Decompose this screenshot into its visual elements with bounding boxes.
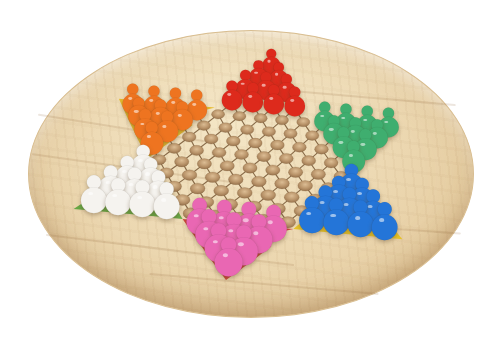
- hole[interactable]: [257, 152, 271, 162]
- hole[interactable]: [270, 203, 285, 214]
- hole[interactable]: [308, 194, 323, 205]
- hole[interactable]: [175, 119, 188, 129]
- hole[interactable]: [212, 147, 226, 157]
- hole[interactable]: [182, 132, 196, 142]
- hole[interactable]: [183, 208, 199, 219]
- hole[interactable]: [353, 223, 369, 234]
- hole[interactable]: [120, 177, 135, 188]
- hole[interactable]: [236, 250, 253, 262]
- hole[interactable]: [328, 221, 344, 232]
- hole[interactable]: [266, 165, 280, 175]
- hole[interactable]: [143, 179, 158, 190]
- board-lattice: [0, 0, 500, 338]
- hole[interactable]: [175, 157, 189, 167]
- hole[interactable]: [311, 169, 325, 179]
- hole[interactable]: [152, 154, 166, 164]
- hole[interactable]: [359, 148, 373, 158]
- hole[interactable]: [331, 196, 346, 207]
- hole[interactable]: [220, 161, 234, 171]
- hole[interactable]: [275, 178, 290, 189]
- hole[interactable]: [190, 183, 205, 194]
- hole[interactable]: [298, 181, 313, 192]
- hole[interactable]: [284, 192, 299, 203]
- hole[interactable]: [248, 138, 262, 148]
- hole[interactable]: [267, 102, 280, 111]
- hole[interactable]: [145, 141, 159, 151]
- hole[interactable]: [226, 136, 240, 146]
- hole[interactable]: [339, 121, 352, 130]
- hole[interactable]: [349, 135, 362, 145]
- hole[interactable]: [321, 183, 336, 194]
- hole[interactable]: [226, 237, 242, 249]
- hole[interactable]: [148, 104, 161, 113]
- hole[interactable]: [337, 146, 351, 156]
- chinese-checkers-photo: ●●●●●●●●●●●●●●●●●●●●●●●●●●●●●●●●●●●●●●●●…: [0, 0, 500, 338]
- hole[interactable]: [214, 185, 229, 196]
- hole[interactable]: [280, 91, 292, 100]
- hole[interactable]: [377, 226, 393, 237]
- hole[interactable]: [197, 159, 211, 169]
- hole[interactable]: [169, 106, 182, 115]
- hole[interactable]: [167, 181, 182, 192]
- hole[interactable]: [160, 130, 174, 140]
- hole[interactable]: [197, 121, 210, 131]
- hole[interactable]: [136, 166, 151, 177]
- hole[interactable]: [327, 133, 340, 143]
- hole[interactable]: [315, 144, 329, 154]
- hole[interactable]: [318, 208, 333, 219]
- hole[interactable]: [304, 219, 320, 230]
- hole[interactable]: [371, 137, 384, 147]
- hole[interactable]: [262, 127, 275, 137]
- hole[interactable]: [222, 199, 237, 210]
- hole[interactable]: [275, 115, 288, 124]
- hole[interactable]: [205, 172, 220, 183]
- hole[interactable]: [135, 203, 151, 214]
- hole[interactable]: [273, 77, 285, 86]
- hole[interactable]: [226, 98, 239, 107]
- hole[interactable]: [355, 198, 370, 209]
- hole[interactable]: [204, 134, 218, 144]
- hole[interactable]: [232, 212, 248, 223]
- hole[interactable]: [212, 110, 225, 119]
- hole[interactable]: [366, 212, 381, 223]
- hole[interactable]: [344, 185, 359, 196]
- hole[interactable]: [219, 123, 232, 133]
- hole[interactable]: [251, 239, 267, 251]
- hole[interactable]: [233, 112, 246, 121]
- hole[interactable]: [382, 125, 395, 134]
- hole[interactable]: [216, 223, 232, 235]
- hole[interactable]: [228, 174, 243, 185]
- hole[interactable]: [167, 143, 181, 153]
- hole[interactable]: [254, 114, 267, 123]
- hole[interactable]: [190, 145, 204, 155]
- hole[interactable]: [210, 248, 227, 260]
- hole[interactable]: [241, 125, 254, 135]
- hole[interactable]: [280, 217, 296, 228]
- hole[interactable]: [271, 140, 285, 150]
- hole[interactable]: [239, 87, 251, 96]
- hole[interactable]: [318, 119, 331, 128]
- hole[interactable]: [342, 210, 357, 221]
- hole[interactable]: [237, 188, 252, 199]
- hole[interactable]: [306, 131, 319, 141]
- hole[interactable]: [159, 205, 175, 216]
- hole[interactable]: [86, 199, 102, 210]
- hole[interactable]: [256, 214, 272, 225]
- hole[interactable]: [347, 160, 361, 170]
- hole[interactable]: [284, 129, 297, 139]
- hole[interactable]: [110, 201, 126, 212]
- hole[interactable]: [297, 117, 310, 126]
- hole[interactable]: [175, 194, 190, 205]
- hole[interactable]: [207, 210, 223, 221]
- hole[interactable]: [288, 104, 301, 113]
- hole[interactable]: [266, 64, 278, 73]
- hole[interactable]: [247, 100, 260, 109]
- hole[interactable]: [253, 76, 265, 85]
- hole[interactable]: [151, 192, 166, 203]
- hole[interactable]: [324, 158, 338, 168]
- hole[interactable]: [127, 190, 142, 201]
- hole[interactable]: [126, 102, 139, 111]
- hole[interactable]: [246, 201, 261, 212]
- hole[interactable]: [279, 154, 293, 164]
- hole[interactable]: [260, 89, 272, 98]
- hole[interactable]: [199, 197, 214, 208]
- hole[interactable]: [138, 128, 152, 138]
- hole[interactable]: [334, 171, 348, 181]
- hole[interactable]: [182, 170, 197, 181]
- hole[interactable]: [302, 156, 316, 166]
- hole[interactable]: [132, 115, 145, 125]
- hole[interactable]: [294, 205, 309, 216]
- hole[interactable]: [293, 142, 307, 152]
- hole[interactable]: [235, 149, 249, 159]
- hole[interactable]: [241, 226, 257, 238]
- hole[interactable]: [243, 163, 257, 173]
- hole[interactable]: [288, 167, 302, 177]
- hole[interactable]: [261, 190, 276, 201]
- hole[interactable]: [252, 176, 267, 187]
- hole[interactable]: [201, 235, 217, 247]
- hole[interactable]: [266, 228, 282, 240]
- hole[interactable]: [190, 108, 203, 117]
- hole[interactable]: [103, 188, 118, 199]
- hole[interactable]: [361, 123, 374, 132]
- hole[interactable]: [220, 262, 237, 274]
- hole[interactable]: [192, 221, 208, 233]
- hole[interactable]: [159, 168, 174, 179]
- hole[interactable]: [154, 117, 167, 127]
